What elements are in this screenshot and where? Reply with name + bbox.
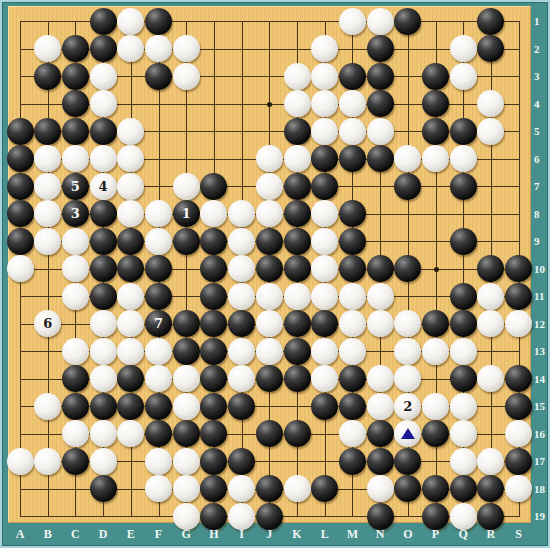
white-stone-C9[interactable] [62, 228, 89, 255]
white-stone-P15[interactable] [422, 393, 449, 420]
white-stone-D7[interactable]: 4 [90, 173, 117, 200]
white-stone-L2[interactable] [311, 35, 338, 62]
black-stone-A5[interactable] [7, 118, 34, 145]
black-stone-H14[interactable] [200, 365, 227, 392]
black-stone-H16[interactable] [200, 420, 227, 447]
white-stone-L8[interactable] [311, 200, 338, 227]
column-label-N: N [376, 527, 385, 542]
black-stone-L15[interactable] [311, 393, 338, 420]
black-stone-B3[interactable] [34, 63, 61, 90]
white-stone-G7[interactable] [173, 173, 200, 200]
black-stone-S14[interactable] [505, 365, 532, 392]
black-stone-H19[interactable] [200, 503, 227, 530]
black-stone-A8[interactable] [7, 200, 34, 227]
black-stone-O1[interactable] [394, 8, 421, 35]
row-label-7: 7 [534, 180, 540, 192]
white-stone-J6[interactable] [256, 145, 283, 172]
black-stone-C3[interactable] [62, 63, 89, 90]
white-stone-J8[interactable] [256, 200, 283, 227]
black-stone-P3[interactable] [422, 63, 449, 90]
white-stone-G14[interactable] [173, 365, 200, 392]
white-stone-D12[interactable] [90, 310, 117, 337]
column-label-F: F [155, 527, 162, 542]
black-stone-E15[interactable] [117, 393, 144, 420]
black-stone-O7[interactable] [394, 173, 421, 200]
white-stone-B15[interactable] [34, 393, 61, 420]
black-stone-C15[interactable] [62, 393, 89, 420]
white-stone-D17[interactable] [90, 448, 117, 475]
white-stone-B8[interactable] [34, 200, 61, 227]
column-label-H: H [209, 527, 218, 542]
white-stone-A10[interactable] [7, 255, 34, 282]
white-stone-O12[interactable] [394, 310, 421, 337]
white-stone-E11[interactable] [117, 283, 144, 310]
black-stone-P4[interactable] [422, 90, 449, 117]
black-stone-L12[interactable] [311, 310, 338, 337]
white-stone-E2[interactable] [117, 35, 144, 62]
white-stone-O14[interactable] [394, 365, 421, 392]
black-stone-P18[interactable] [422, 475, 449, 502]
white-stone-C10[interactable] [62, 255, 89, 282]
black-stone-N4[interactable] [367, 90, 394, 117]
black-stone-D8[interactable] [90, 200, 117, 227]
white-stone-M11[interactable] [339, 283, 366, 310]
black-stone-Q7[interactable] [450, 173, 477, 200]
white-stone-N5[interactable] [367, 118, 394, 145]
column-label-S: S [515, 527, 522, 542]
white-stone-D6[interactable] [90, 145, 117, 172]
white-stone-N11[interactable] [367, 283, 394, 310]
white-stone-B2[interactable] [34, 35, 61, 62]
white-stone-D3[interactable] [90, 63, 117, 90]
white-stone-Q13[interactable] [450, 338, 477, 365]
black-stone-F16[interactable] [145, 420, 172, 447]
white-stone-R4[interactable] [477, 90, 504, 117]
white-stone-L9[interactable] [311, 228, 338, 255]
black-stone-G13[interactable] [173, 338, 200, 365]
black-stone-A7[interactable] [7, 173, 34, 200]
white-stone-P13[interactable] [422, 338, 449, 365]
black-stone-P5[interactable] [422, 118, 449, 145]
white-stone-I18[interactable] [228, 475, 255, 502]
white-stone-E8[interactable] [117, 200, 144, 227]
row-label-11: 11 [534, 290, 544, 302]
column-label-M: M [347, 527, 358, 542]
row-label-17: 17 [534, 455, 545, 467]
white-stone-C13[interactable] [62, 338, 89, 365]
black-stone-F12[interactable]: 7 [145, 310, 172, 337]
black-stone-N19[interactable] [367, 503, 394, 530]
white-stone-R5[interactable] [477, 118, 504, 145]
black-stone-C8[interactable]: 3 [62, 200, 89, 227]
black-stone-R19[interactable] [477, 503, 504, 530]
white-stone-N18[interactable] [367, 475, 394, 502]
white-stone-F18[interactable] [145, 475, 172, 502]
white-stone-A17[interactable] [7, 448, 34, 475]
white-stone-S16[interactable] [505, 420, 532, 447]
white-stone-F9[interactable] [145, 228, 172, 255]
row-label-15: 15 [534, 400, 545, 412]
black-stone-L6[interactable] [311, 145, 338, 172]
white-stone-F8[interactable] [145, 200, 172, 227]
black-stone-C17[interactable] [62, 448, 89, 475]
black-stone-G12[interactable] [173, 310, 200, 337]
black-stone-D18[interactable] [90, 475, 117, 502]
row-label-2: 2 [534, 43, 540, 55]
black-stone-B5[interactable] [34, 118, 61, 145]
black-stone-F15[interactable] [145, 393, 172, 420]
black-stone-G9[interactable] [173, 228, 200, 255]
white-stone-I11[interactable] [228, 283, 255, 310]
white-stone-Q17[interactable] [450, 448, 477, 475]
move-number-label: 1 [182, 207, 191, 220]
white-stone-I10[interactable] [228, 255, 255, 282]
column-label-I: I [239, 527, 244, 542]
black-stone-J10[interactable] [256, 255, 283, 282]
star-point [434, 267, 439, 272]
row-label-14: 14 [534, 373, 545, 385]
black-stone-N17[interactable] [367, 448, 394, 475]
black-stone-P12[interactable] [422, 310, 449, 337]
black-stone-F10[interactable] [145, 255, 172, 282]
row-label-6: 6 [534, 153, 540, 165]
white-stone-G17[interactable] [173, 448, 200, 475]
white-stone-H8[interactable] [200, 200, 227, 227]
black-stone-D10[interactable] [90, 255, 117, 282]
column-label-J: J [266, 527, 272, 542]
black-stone-H9[interactable] [200, 228, 227, 255]
white-stone-J13[interactable] [256, 338, 283, 365]
black-stone-J18[interactable] [256, 475, 283, 502]
white-stone-G18[interactable] [173, 475, 200, 502]
black-stone-K5[interactable] [284, 118, 311, 145]
black-stone-N2[interactable] [367, 35, 394, 62]
column-label-B: B [44, 527, 52, 542]
black-stone-H12[interactable] [200, 310, 227, 337]
black-stone-K12[interactable] [284, 310, 311, 337]
star-point [267, 102, 272, 107]
white-stone-B9[interactable] [34, 228, 61, 255]
white-stone-O15[interactable]: 2 [394, 393, 421, 420]
black-stone-Q5[interactable] [450, 118, 477, 145]
column-label-R: R [487, 527, 496, 542]
black-stone-D9[interactable] [90, 228, 117, 255]
white-stone-D13[interactable] [90, 338, 117, 365]
column-label-E: E [127, 527, 135, 542]
row-label-13: 13 [534, 345, 545, 357]
move-number-label: 3 [71, 207, 80, 220]
white-stone-E6[interactable] [117, 145, 144, 172]
black-stone-Q18[interactable] [450, 475, 477, 502]
black-stone-H10[interactable] [200, 255, 227, 282]
white-stone-B6[interactable] [34, 145, 61, 172]
black-stone-A6[interactable] [7, 145, 34, 172]
column-label-A: A [16, 527, 25, 542]
white-stone-C6[interactable] [62, 145, 89, 172]
white-stone-Q6[interactable] [450, 145, 477, 172]
column-label-P: P [432, 527, 439, 542]
white-stone-F14[interactable] [145, 365, 172, 392]
row-label-16: 16 [534, 428, 545, 440]
white-stone-J7[interactable] [256, 173, 283, 200]
black-stone-M17[interactable] [339, 448, 366, 475]
white-stone-S18[interactable] [505, 475, 532, 502]
white-stone-M13[interactable] [339, 338, 366, 365]
black-stone-G8[interactable]: 1 [173, 200, 200, 227]
black-stone-S15[interactable] [505, 393, 532, 420]
move-number-label: 4 [99, 180, 108, 193]
black-stone-R18[interactable] [477, 475, 504, 502]
white-stone-Q15[interactable] [450, 393, 477, 420]
white-stone-G15[interactable] [173, 393, 200, 420]
black-stone-L7[interactable] [311, 173, 338, 200]
black-stone-P16[interactable] [422, 420, 449, 447]
black-stone-O17[interactable] [394, 448, 421, 475]
black-stone-H7[interactable] [200, 173, 227, 200]
column-label-K: K [292, 527, 301, 542]
move-number-label: 2 [403, 400, 412, 413]
white-stone-L11[interactable] [311, 283, 338, 310]
black-stone-M9[interactable] [339, 228, 366, 255]
white-stone-I9[interactable] [228, 228, 255, 255]
white-stone-G2[interactable] [173, 35, 200, 62]
row-label-12: 12 [534, 318, 545, 330]
white-stone-L4[interactable] [311, 90, 338, 117]
black-stone-F11[interactable] [145, 283, 172, 310]
white-stone-L10[interactable] [311, 255, 338, 282]
move-number-label: 7 [154, 317, 163, 330]
row-label-18: 18 [534, 483, 545, 495]
white-stone-L5[interactable] [311, 118, 338, 145]
white-stone-M16[interactable] [339, 420, 366, 447]
black-stone-Q11[interactable] [450, 283, 477, 310]
black-stone-Q14[interactable] [450, 365, 477, 392]
white-stone-M5[interactable] [339, 118, 366, 145]
white-stone-R14[interactable] [477, 365, 504, 392]
white-stone-K3[interactable] [284, 63, 311, 90]
white-stone-N15[interactable] [367, 393, 394, 420]
black-stone-K13[interactable] [284, 338, 311, 365]
white-stone-K4[interactable] [284, 90, 311, 117]
column-label-D: D [99, 527, 108, 542]
black-stone-J9[interactable] [256, 228, 283, 255]
white-stone-K11[interactable] [284, 283, 311, 310]
white-stone-L3[interactable] [311, 63, 338, 90]
black-stone-H11[interactable] [200, 283, 227, 310]
black-stone-E10[interactable] [117, 255, 144, 282]
white-stone-D16[interactable] [90, 420, 117, 447]
column-label-L: L [321, 527, 329, 542]
black-stone-A9[interactable] [7, 228, 34, 255]
black-stone-O10[interactable] [394, 255, 421, 282]
white-stone-I8[interactable] [228, 200, 255, 227]
white-stone-D4[interactable] [90, 90, 117, 117]
white-stone-E16[interactable] [117, 420, 144, 447]
black-stone-C4[interactable] [62, 90, 89, 117]
white-stone-Q19[interactable] [450, 503, 477, 530]
black-stone-R10[interactable] [477, 255, 504, 282]
white-stone-E13[interactable] [117, 338, 144, 365]
column-label-C: C [71, 527, 80, 542]
black-stone-Q9[interactable] [450, 228, 477, 255]
white-stone-K18[interactable] [284, 475, 311, 502]
column-label-G: G [182, 527, 191, 542]
move-number-label: 5 [71, 180, 80, 193]
white-stone-F17[interactable] [145, 448, 172, 475]
white-stone-G19[interactable] [173, 503, 200, 530]
white-stone-J11[interactable] [256, 283, 283, 310]
row-label-3: 3 [534, 70, 540, 82]
black-stone-I15[interactable] [228, 393, 255, 420]
black-stone-K7[interactable] [284, 173, 311, 200]
white-stone-E12[interactable] [117, 310, 144, 337]
white-stone-R12[interactable] [477, 310, 504, 337]
white-stone-K6[interactable] [284, 145, 311, 172]
white-stone-B12[interactable]: 6 [34, 310, 61, 337]
black-stone-M6[interactable] [339, 145, 366, 172]
black-stone-N3[interactable] [367, 63, 394, 90]
black-stone-E9[interactable] [117, 228, 144, 255]
white-stone-C11[interactable] [62, 283, 89, 310]
white-stone-N12[interactable] [367, 310, 394, 337]
black-stone-M8[interactable] [339, 200, 366, 227]
black-stone-N16[interactable] [367, 420, 394, 447]
black-stone-L18[interactable] [311, 475, 338, 502]
white-stone-O6[interactable] [394, 145, 421, 172]
white-stone-E1[interactable] [117, 8, 144, 35]
row-label-9: 9 [534, 235, 540, 247]
black-stone-G16[interactable] [173, 420, 200, 447]
column-label-Q: Q [459, 527, 468, 542]
black-stone-H15[interactable] [200, 393, 227, 420]
white-stone-O16[interactable] [394, 420, 421, 447]
white-stone-M1[interactable] [339, 8, 366, 35]
black-stone-J14[interactable] [256, 365, 283, 392]
black-stone-R2[interactable] [477, 35, 504, 62]
black-stone-K16[interactable] [284, 420, 311, 447]
white-stone-L13[interactable] [311, 338, 338, 365]
white-stone-Q2[interactable] [450, 35, 477, 62]
row-label-4: 4 [534, 98, 540, 110]
black-stone-N10[interactable] [367, 255, 394, 282]
black-stone-K14[interactable] [284, 365, 311, 392]
white-stone-L14[interactable] [311, 365, 338, 392]
black-stone-D5[interactable] [90, 118, 117, 145]
white-stone-I14[interactable] [228, 365, 255, 392]
black-stone-H17[interactable] [200, 448, 227, 475]
black-stone-S10[interactable] [505, 255, 532, 282]
row-label-19: 19 [534, 510, 545, 522]
black-stone-Q12[interactable] [450, 310, 477, 337]
white-stone-F13[interactable] [145, 338, 172, 365]
white-stone-C16[interactable] [62, 420, 89, 447]
black-stone-D15[interactable] [90, 393, 117, 420]
white-stone-B17[interactable] [34, 448, 61, 475]
black-stone-M14[interactable] [339, 365, 366, 392]
white-stone-I19[interactable] [228, 503, 255, 530]
black-stone-K9[interactable] [284, 228, 311, 255]
white-stone-O13[interactable] [394, 338, 421, 365]
white-stone-I13[interactable] [228, 338, 255, 365]
white-stone-E7[interactable] [117, 173, 144, 200]
black-stone-I12[interactable] [228, 310, 255, 337]
black-stone-C14[interactable] [62, 365, 89, 392]
black-stone-D1[interactable] [90, 8, 117, 35]
white-stone-J12[interactable] [256, 310, 283, 337]
row-label-10: 10 [534, 263, 545, 275]
move-number-label: 6 [43, 317, 52, 330]
black-stone-S17[interactable] [505, 448, 532, 475]
white-stone-G3[interactable] [173, 63, 200, 90]
black-stone-H13[interactable] [200, 338, 227, 365]
white-stone-Q16[interactable] [450, 420, 477, 447]
black-stone-S11[interactable] [505, 283, 532, 310]
row-label-1: 1 [534, 15, 540, 27]
go-board[interactable]: 5431672 [8, 6, 531, 523]
black-stone-F1[interactable] [145, 8, 172, 35]
white-stone-D14[interactable] [90, 365, 117, 392]
white-stone-N14[interactable] [367, 365, 394, 392]
black-stone-J16[interactable] [256, 420, 283, 447]
white-stone-B7[interactable] [34, 173, 61, 200]
white-stone-M12[interactable] [339, 310, 366, 337]
black-stone-D2[interactable] [90, 35, 117, 62]
black-stone-K10[interactable] [284, 255, 311, 282]
black-stone-K8[interactable] [284, 200, 311, 227]
black-stone-M3[interactable] [339, 63, 366, 90]
black-stone-J19[interactable] [256, 503, 283, 530]
white-stone-F2[interactable] [145, 35, 172, 62]
black-stone-H18[interactable] [200, 475, 227, 502]
black-stone-I17[interactable] [228, 448, 255, 475]
row-label-8: 8 [534, 208, 540, 220]
white-stone-R11[interactable] [477, 283, 504, 310]
black-stone-E14[interactable] [117, 365, 144, 392]
white-stone-M4[interactable] [339, 90, 366, 117]
black-stone-M10[interactable] [339, 255, 366, 282]
white-stone-S12[interactable] [505, 310, 532, 337]
black-stone-R1[interactable] [477, 8, 504, 35]
white-stone-N1[interactable] [367, 8, 394, 35]
black-stone-D11[interactable] [90, 283, 117, 310]
black-stone-C2[interactable] [62, 35, 89, 62]
black-stone-O18[interactable] [394, 475, 421, 502]
black-stone-F3[interactable] [145, 63, 172, 90]
column-label-O: O [403, 527, 412, 542]
white-stone-Q3[interactable] [450, 63, 477, 90]
go-game-window: 5431672 ABCDEFGHIJKLMNOPQRS 123456789101… [0, 0, 550, 548]
black-stone-N6[interactable] [367, 145, 394, 172]
row-label-5: 5 [534, 125, 540, 137]
black-stone-M15[interactable] [339, 393, 366, 420]
white-stone-E5[interactable] [117, 118, 144, 145]
triangle-marker-icon [401, 428, 415, 439]
black-stone-C7[interactable]: 5 [62, 173, 89, 200]
black-stone-C5[interactable] [62, 118, 89, 145]
black-stone-P19[interactable] [422, 503, 449, 530]
white-stone-R17[interactable] [477, 448, 504, 475]
white-stone-P6[interactable] [422, 145, 449, 172]
